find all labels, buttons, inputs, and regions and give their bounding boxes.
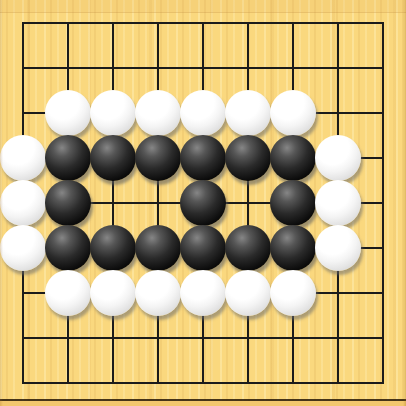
white-stone[interactable] [225,270,271,316]
black-stone[interactable] [45,225,91,271]
white-stone[interactable] [180,90,226,136]
black-stone[interactable] [270,135,316,181]
grid-line-horizontal [22,337,384,339]
grid-line-vertical [382,22,384,384]
white-stone[interactable] [0,225,46,271]
white-stone[interactable] [45,270,91,316]
white-stone[interactable] [90,270,136,316]
black-stone[interactable] [135,225,181,271]
white-stone[interactable] [315,225,361,271]
white-stone[interactable] [315,135,361,181]
black-stone[interactable] [90,135,136,181]
white-stone[interactable] [135,90,181,136]
white-stone[interactable] [90,90,136,136]
black-stone[interactable] [45,135,91,181]
grid-line-horizontal [22,382,384,384]
white-stone[interactable] [0,180,46,226]
white-stone[interactable] [270,270,316,316]
white-stone[interactable] [135,270,181,316]
grid-line-vertical [247,22,249,384]
black-stone[interactable] [225,225,271,271]
board-bottom-side [0,401,406,406]
white-stone[interactable] [45,90,91,136]
black-stone[interactable] [180,135,226,181]
black-stone[interactable] [270,180,316,226]
black-stone[interactable] [225,135,271,181]
white-stone[interactable] [270,90,316,136]
board-bottom-edge-line [0,399,406,401]
white-stone[interactable] [315,180,361,226]
black-stone[interactable] [90,225,136,271]
black-stone[interactable] [270,225,316,271]
white-stone[interactable] [225,90,271,136]
go-board[interactable] [0,0,406,406]
black-stone[interactable] [180,225,226,271]
white-stone[interactable] [180,270,226,316]
board-top-edge-shading [0,0,406,13]
black-stone[interactable] [135,135,181,181]
white-stone[interactable] [0,135,46,181]
black-stone[interactable] [45,180,91,226]
black-stone[interactable] [180,180,226,226]
